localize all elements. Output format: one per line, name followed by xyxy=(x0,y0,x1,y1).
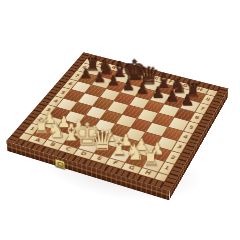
photo-background: ABCDEFGH8♜♞♝♚♛♝♞♜87♟♟♟♟♟♟♟♟7665544332♟♟♟… xyxy=(0,0,240,240)
square-b2: ♟ xyxy=(56,121,77,134)
square-f7: ♟ xyxy=(150,92,169,104)
square-h8: ♜ xyxy=(186,91,205,103)
square-e4 xyxy=(116,114,136,127)
square-h7: ♟ xyxy=(180,99,200,111)
